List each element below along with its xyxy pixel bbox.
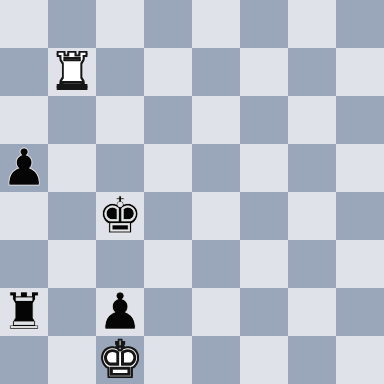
square-b7[interactable]: ♜ bbox=[48, 48, 96, 96]
square-e5[interactable] bbox=[192, 144, 240, 192]
square-f4[interactable] bbox=[240, 192, 288, 240]
square-g4[interactable] bbox=[288, 192, 336, 240]
square-g5[interactable] bbox=[288, 144, 336, 192]
square-a7[interactable] bbox=[0, 48, 48, 96]
square-b3[interactable] bbox=[48, 240, 96, 288]
square-d2[interactable] bbox=[144, 288, 192, 336]
square-h1[interactable] bbox=[336, 336, 384, 384]
square-f8[interactable] bbox=[240, 0, 288, 48]
square-b1[interactable] bbox=[48, 336, 96, 384]
white-king[interactable]: ♚ bbox=[97, 336, 143, 384]
square-h3[interactable] bbox=[336, 240, 384, 288]
square-e3[interactable] bbox=[192, 240, 240, 288]
square-e6[interactable] bbox=[192, 96, 240, 144]
square-g2[interactable] bbox=[288, 288, 336, 336]
square-h5[interactable] bbox=[336, 144, 384, 192]
square-c7[interactable] bbox=[96, 48, 144, 96]
square-a2[interactable]: ♜ bbox=[0, 288, 48, 336]
square-b6[interactable] bbox=[48, 96, 96, 144]
square-h2[interactable] bbox=[336, 288, 384, 336]
square-f7[interactable] bbox=[240, 48, 288, 96]
square-e8[interactable] bbox=[192, 0, 240, 48]
square-a6[interactable] bbox=[0, 96, 48, 144]
square-c5[interactable] bbox=[96, 144, 144, 192]
square-a3[interactable] bbox=[0, 240, 48, 288]
square-e1[interactable] bbox=[192, 336, 240, 384]
black-pawn[interactable]: ♟︎ bbox=[1, 144, 47, 192]
square-f5[interactable] bbox=[240, 144, 288, 192]
square-h6[interactable] bbox=[336, 96, 384, 144]
chess-board: ♜♟︎♚♜♟︎♚ bbox=[0, 0, 384, 384]
square-f1[interactable] bbox=[240, 336, 288, 384]
white-rook[interactable]: ♜ bbox=[49, 48, 95, 96]
square-c8[interactable] bbox=[96, 0, 144, 48]
square-h8[interactable] bbox=[336, 0, 384, 48]
square-d6[interactable] bbox=[144, 96, 192, 144]
square-f6[interactable] bbox=[240, 96, 288, 144]
square-d8[interactable] bbox=[144, 0, 192, 48]
square-e7[interactable] bbox=[192, 48, 240, 96]
black-rook[interactable]: ♜ bbox=[1, 288, 47, 336]
square-e2[interactable] bbox=[192, 288, 240, 336]
square-f2[interactable] bbox=[240, 288, 288, 336]
square-d1[interactable] bbox=[144, 336, 192, 384]
square-g7[interactable] bbox=[288, 48, 336, 96]
square-g1[interactable] bbox=[288, 336, 336, 384]
square-a1[interactable] bbox=[0, 336, 48, 384]
square-g6[interactable] bbox=[288, 96, 336, 144]
square-f3[interactable] bbox=[240, 240, 288, 288]
square-d4[interactable] bbox=[144, 192, 192, 240]
square-g8[interactable] bbox=[288, 0, 336, 48]
square-d3[interactable] bbox=[144, 240, 192, 288]
square-a5[interactable]: ♟︎ bbox=[0, 144, 48, 192]
square-c6[interactable] bbox=[96, 96, 144, 144]
square-a8[interactable] bbox=[0, 0, 48, 48]
square-b8[interactable] bbox=[48, 0, 96, 48]
square-g3[interactable] bbox=[288, 240, 336, 288]
square-e4[interactable] bbox=[192, 192, 240, 240]
square-d7[interactable] bbox=[144, 48, 192, 96]
square-c3[interactable] bbox=[96, 240, 144, 288]
black-pawn[interactable]: ♟︎ bbox=[97, 288, 143, 336]
square-c1[interactable]: ♚ bbox=[96, 336, 144, 384]
square-d5[interactable] bbox=[144, 144, 192, 192]
square-b4[interactable] bbox=[48, 192, 96, 240]
square-c2[interactable]: ♟︎ bbox=[96, 288, 144, 336]
square-c4[interactable]: ♚ bbox=[96, 192, 144, 240]
square-h7[interactable] bbox=[336, 48, 384, 96]
square-b2[interactable] bbox=[48, 288, 96, 336]
square-a4[interactable] bbox=[0, 192, 48, 240]
square-h4[interactable] bbox=[336, 192, 384, 240]
black-king[interactable]: ♚ bbox=[97, 192, 143, 240]
square-b5[interactable] bbox=[48, 144, 96, 192]
